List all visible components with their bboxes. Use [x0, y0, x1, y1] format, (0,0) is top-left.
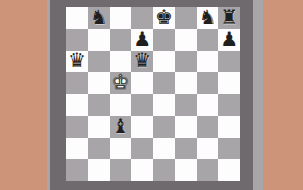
square-b6[interactable]	[88, 51, 110, 73]
square-f6[interactable]	[175, 51, 197, 73]
square-d4[interactable]	[131, 94, 153, 116]
square-e8[interactable]: ♚	[153, 7, 175, 29]
square-c5[interactable]: ♚	[110, 72, 132, 94]
square-c1[interactable]	[110, 159, 132, 181]
square-a4[interactable]	[66, 94, 88, 116]
square-f4[interactable]	[175, 94, 197, 116]
black-queen-piece[interactable]: ♛	[133, 50, 151, 70]
square-e6[interactable]	[153, 51, 175, 73]
black-king-piece[interactable]: ♚	[155, 7, 173, 27]
black-queen-piece[interactable]: ♛	[68, 50, 86, 70]
square-g7[interactable]	[197, 29, 219, 51]
square-e3[interactable]	[153, 116, 175, 138]
black-rook-piece[interactable]: ♜	[220, 7, 238, 27]
square-g6[interactable]	[197, 51, 219, 73]
square-h1[interactable]	[218, 159, 240, 181]
black-knight-piece[interactable]: ♞	[198, 7, 216, 27]
square-g3[interactable]	[197, 116, 219, 138]
square-c6[interactable]	[110, 51, 132, 73]
square-b2[interactable]	[88, 138, 110, 160]
black-bishop-piece[interactable]: ♝	[111, 116, 129, 136]
square-a1[interactable]	[66, 159, 88, 181]
square-f8[interactable]	[175, 7, 197, 29]
square-b3[interactable]	[88, 116, 110, 138]
square-a7[interactable]	[66, 29, 88, 51]
black-pawn-piece[interactable]: ♟	[133, 29, 151, 49]
square-d1[interactable]	[131, 159, 153, 181]
square-d2[interactable]	[131, 138, 153, 160]
square-h5[interactable]	[218, 72, 240, 94]
square-a5[interactable]	[66, 72, 88, 94]
square-a3[interactable]	[66, 116, 88, 138]
square-e1[interactable]	[153, 159, 175, 181]
square-g8[interactable]: ♞	[197, 7, 219, 29]
square-h3[interactable]	[218, 116, 240, 138]
square-g2[interactable]	[197, 138, 219, 160]
black-knight-piece[interactable]: ♞	[90, 7, 108, 27]
square-d7[interactable]: ♟	[131, 29, 153, 51]
square-f7[interactable]	[175, 29, 197, 51]
square-h6[interactable]	[218, 51, 240, 73]
square-b1[interactable]	[88, 159, 110, 181]
square-f5[interactable]	[175, 72, 197, 94]
square-b7[interactable]	[88, 29, 110, 51]
white-king-piece[interactable]: ♚	[111, 72, 129, 92]
square-f2[interactable]	[175, 138, 197, 160]
square-e4[interactable]	[153, 94, 175, 116]
square-f1[interactable]	[175, 159, 197, 181]
square-e7[interactable]	[153, 29, 175, 51]
square-a8[interactable]	[66, 7, 88, 29]
square-d5[interactable]	[131, 72, 153, 94]
square-g1[interactable]	[197, 159, 219, 181]
square-h4[interactable]	[218, 94, 240, 116]
square-h7[interactable]: ♟	[218, 29, 240, 51]
square-d6[interactable]: ♛	[131, 51, 153, 73]
square-b5[interactable]	[88, 72, 110, 94]
square-h8[interactable]: ♜	[218, 7, 240, 29]
square-c7[interactable]	[110, 29, 132, 51]
square-d3[interactable]	[131, 116, 153, 138]
square-g4[interactable]	[197, 94, 219, 116]
square-e5[interactable]	[153, 72, 175, 94]
square-b4[interactable]	[88, 94, 110, 116]
square-a2[interactable]	[66, 138, 88, 160]
square-g5[interactable]	[197, 72, 219, 94]
square-c4[interactable]	[110, 94, 132, 116]
chess-board: ♞♚♞♜♟♟♛♛♚♝	[66, 7, 240, 181]
square-e2[interactable]	[153, 138, 175, 160]
square-f3[interactable]	[175, 116, 197, 138]
square-c2[interactable]	[110, 138, 132, 160]
square-c8[interactable]	[110, 7, 132, 29]
black-pawn-piece[interactable]: ♟	[220, 29, 238, 49]
square-d8[interactable]	[131, 7, 153, 29]
app-background: ♞♚♞♜♟♟♛♛♚♝	[0, 0, 303, 190]
square-h2[interactable]	[218, 138, 240, 160]
square-b8[interactable]: ♞	[88, 7, 110, 29]
square-a6[interactable]: ♛	[66, 51, 88, 73]
square-c3[interactable]: ♝	[110, 116, 132, 138]
